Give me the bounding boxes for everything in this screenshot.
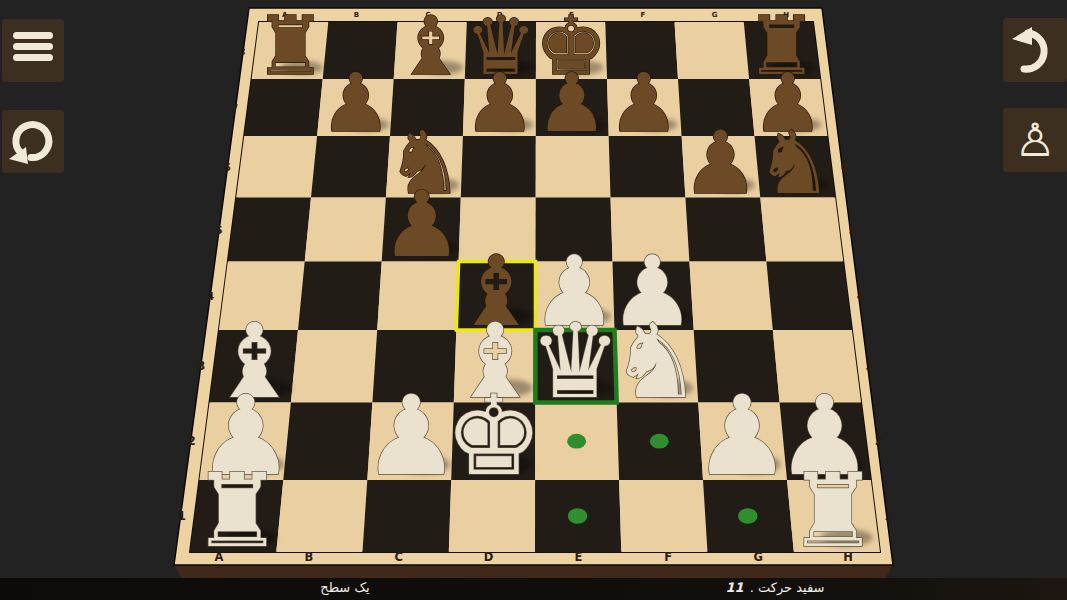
file-label-bottom-C: C: [394, 550, 402, 564]
piece-white-rook-h1[interactable]: ♜: [787, 451, 878, 570]
piece-black-pawn-d7[interactable]: ♟: [463, 56, 536, 150]
rank-label-left-8: 8: [239, 46, 245, 57]
file-label-top-F: F: [641, 11, 646, 19]
move-dot-e1[interactable]: [568, 508, 588, 523]
piece-black-pawn-g6[interactable]: ♟: [682, 112, 760, 214]
square-a5[interactable]: [228, 197, 311, 261]
file-label-bottom-D: D: [484, 550, 494, 564]
piece-black-pawn-c5[interactable]: ♟: [381, 172, 463, 277]
status-bar: سطح‎ یک 11 . حرکت‎ سفید: [0, 578, 1067, 600]
piece-black-pawn-f7[interactable]: ♟: [607, 56, 680, 150]
piece-black-bishop-c8[interactable]: ♝: [394, 0, 467, 93]
file-label-bottom-B: B: [304, 550, 313, 564]
rank-label-left-7: 7: [232, 103, 239, 114]
file-label-bottom-E: E: [574, 550, 582, 564]
rank-label-right-2: 2: [875, 434, 883, 448]
move-number: 11: [725, 580, 743, 595]
file-label-bottom-G: G: [753, 550, 762, 564]
rank-label-left-1: 1: [177, 508, 186, 523]
piece-black-knight-h6[interactable]: ♞: [755, 112, 833, 214]
rotate-icon: [2, 110, 64, 173]
rank-label-right-7: 7: [833, 103, 840, 114]
square-b5[interactable]: [305, 197, 386, 261]
rank-label-left-2: 2: [187, 434, 195, 448]
file-label-top-B: B: [354, 11, 359, 19]
rank-label-right-6: 6: [841, 162, 848, 173]
move-dot-f2[interactable]: [650, 434, 669, 449]
rank-label-right-8: 8: [826, 46, 832, 57]
file-label-top-G: G: [712, 11, 718, 19]
piece-white-king-d2[interactable]: ♚: [445, 372, 544, 500]
turn-indicator: 11 . حرکت‎ سفید: [665, 580, 885, 595]
move-dot-e2[interactable]: [567, 434, 586, 449]
menu-icon: [9, 30, 57, 72]
piece-black-pawn-b7[interactable]: ♟: [320, 56, 393, 150]
piece-white-knight-f3[interactable]: ♞: [610, 301, 702, 421]
square-h4[interactable]: [766, 262, 852, 330]
opponent-mode-button[interactable]: ♙: [1003, 108, 1067, 172]
file-label-bottom-F: F: [664, 550, 672, 564]
move-dot-g1[interactable]: [738, 508, 758, 523]
chess-board: AABBCCDDEEFFGGHH8877665544332211♜♝♛♚♜♟♟♟…: [0, 0, 1067, 600]
piece-black-rook-a8[interactable]: ♜: [254, 0, 327, 93]
menu-button[interactable]: [2, 19, 64, 82]
undo-icon: [1003, 18, 1067, 82]
rank-label-right-5: 5: [849, 224, 856, 236]
square-b4[interactable]: [298, 262, 382, 330]
square-g8[interactable]: [675, 22, 750, 79]
rank-label-right-1: 1: [884, 508, 893, 523]
game-screen: AABBCCDDEEFFGGHH8877665544332211♜♝♛♚♜♟♟♟…: [0, 0, 1067, 600]
pawn-icon: ♙: [1014, 117, 1055, 163]
level-label: سطح‎ یک: [295, 580, 395, 595]
rank-label-right-4: 4: [857, 290, 865, 303]
piece-black-pawn-e7[interactable]: ♟: [535, 56, 608, 150]
piece-white-rook-a1[interactable]: ♜: [191, 451, 282, 570]
turn-label: . حرکت‎ سفید: [746, 580, 825, 595]
square-a6[interactable]: [236, 136, 317, 198]
undo-button[interactable]: [1003, 18, 1067, 82]
rank-label-left-5: 5: [215, 224, 222, 236]
rotate-board-button[interactable]: [2, 110, 64, 173]
rank-label-left-6: 6: [224, 162, 231, 173]
